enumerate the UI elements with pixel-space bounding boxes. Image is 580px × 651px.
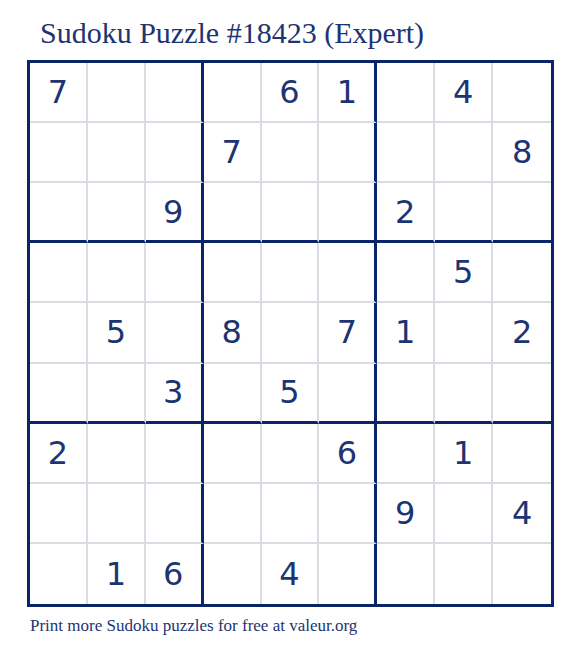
cell-r7c9[interactable]: [493, 424, 551, 484]
cell-r6c8[interactable]: [435, 364, 493, 424]
cell-r5c7[interactable]: 1: [377, 303, 435, 363]
sudoku-grid: 761478925587123526194164: [27, 60, 554, 607]
cell-r3c6[interactable]: [319, 183, 377, 243]
cell-r9c5[interactable]: 4: [262, 544, 320, 604]
cell-r4c5[interactable]: [262, 243, 320, 303]
cell-r1c8[interactable]: 4: [435, 63, 493, 123]
cell-r1c3[interactable]: [146, 63, 204, 123]
cell-r2c6[interactable]: [319, 123, 377, 183]
cell-r9c7[interactable]: [377, 544, 435, 604]
cell-r1c1[interactable]: 7: [30, 63, 88, 123]
cell-r8c1[interactable]: [30, 484, 88, 544]
cell-r1c2[interactable]: [88, 63, 146, 123]
given-digit: 7: [221, 136, 241, 168]
cell-r6c4[interactable]: [204, 364, 262, 424]
given-digit: 5: [279, 376, 299, 408]
cell-r8c9[interactable]: 4: [493, 484, 551, 544]
given-digit: 2: [512, 316, 532, 348]
cell-r1c7[interactable]: [377, 63, 435, 123]
cell-r4c8[interactable]: 5: [435, 243, 493, 303]
given-digit: 6: [279, 76, 299, 108]
cell-r2c5[interactable]: [262, 123, 320, 183]
cell-r6c7[interactable]: [377, 364, 435, 424]
cell-r7c3[interactable]: [146, 424, 204, 484]
given-digit: 7: [337, 316, 357, 348]
cell-r5c3[interactable]: [146, 303, 204, 363]
given-digit: 6: [337, 437, 357, 469]
cell-r9c9[interactable]: [493, 544, 551, 604]
cell-r4c7[interactable]: [377, 243, 435, 303]
given-digit: 7: [48, 76, 68, 108]
cell-r6c5[interactable]: 5: [262, 364, 320, 424]
given-digit: 8: [512, 136, 532, 168]
cell-r7c2[interactable]: [88, 424, 146, 484]
cell-r2c2[interactable]: [88, 123, 146, 183]
cell-r3c5[interactable]: [262, 183, 320, 243]
given-digit: 9: [395, 497, 415, 529]
cell-r4c2[interactable]: [88, 243, 146, 303]
cell-r2c1[interactable]: [30, 123, 88, 183]
cell-r6c3[interactable]: 3: [146, 364, 204, 424]
cell-r1c6[interactable]: 1: [319, 63, 377, 123]
cell-r4c3[interactable]: [146, 243, 204, 303]
given-digit: 1: [395, 316, 415, 348]
cell-r6c9[interactable]: [493, 364, 551, 424]
given-digit: 1: [453, 437, 473, 469]
cell-r9c3[interactable]: 6: [146, 544, 204, 604]
cell-r9c4[interactable]: [204, 544, 262, 604]
given-digit: 1: [337, 76, 357, 108]
cell-r3c4[interactable]: [204, 183, 262, 243]
cell-r5c2[interactable]: 5: [88, 303, 146, 363]
cell-r8c7[interactable]: 9: [377, 484, 435, 544]
cell-r7c8[interactable]: 1: [435, 424, 493, 484]
cell-r5c9[interactable]: 2: [493, 303, 551, 363]
cell-r6c1[interactable]: [30, 364, 88, 424]
cell-r2c9[interactable]: 8: [493, 123, 551, 183]
cell-r9c1[interactable]: [30, 544, 88, 604]
cell-r7c6[interactable]: 6: [319, 424, 377, 484]
given-digit: 9: [163, 196, 183, 228]
cell-r9c2[interactable]: 1: [88, 544, 146, 604]
cell-r3c7[interactable]: 2: [377, 183, 435, 243]
given-digit: 5: [453, 256, 473, 288]
cell-r9c8[interactable]: [435, 544, 493, 604]
cell-r8c4[interactable]: [204, 484, 262, 544]
cell-r6c2[interactable]: [88, 364, 146, 424]
cell-r3c2[interactable]: [88, 183, 146, 243]
cell-r1c5[interactable]: 6: [262, 63, 320, 123]
footer-text: Print more Sudoku puzzles for free at va…: [30, 616, 357, 636]
cell-r8c6[interactable]: [319, 484, 377, 544]
given-digit: 8: [221, 316, 241, 348]
cell-r5c8[interactable]: [435, 303, 493, 363]
cell-r9c6[interactable]: [319, 544, 377, 604]
given-digit: 4: [453, 76, 473, 108]
given-digit: 4: [512, 497, 532, 529]
cell-r7c1[interactable]: 2: [30, 424, 88, 484]
cell-r2c8[interactable]: [435, 123, 493, 183]
sudoku-page: Sudoku Puzzle #18423 (Expert) 7614789255…: [0, 0, 580, 651]
cell-r3c3[interactable]: 9: [146, 183, 204, 243]
cell-r2c7[interactable]: [377, 123, 435, 183]
cell-r8c5[interactable]: [262, 484, 320, 544]
given-digit: 6: [163, 558, 183, 590]
page-title: Sudoku Puzzle #18423 (Expert): [40, 16, 424, 50]
cell-r2c3[interactable]: [146, 123, 204, 183]
given-digit: 1: [106, 558, 126, 590]
cell-r5c1[interactable]: [30, 303, 88, 363]
cell-r1c4[interactable]: [204, 63, 262, 123]
given-digit: 5: [106, 316, 126, 348]
given-digit: 3: [163, 376, 183, 408]
given-digit: 2: [48, 437, 68, 469]
cell-r4c9[interactable]: [493, 243, 551, 303]
cell-r7c7[interactable]: [377, 424, 435, 484]
cell-r8c8[interactable]: [435, 484, 493, 544]
cell-r7c5[interactable]: [262, 424, 320, 484]
cell-r4c6[interactable]: [319, 243, 377, 303]
given-digit: 2: [395, 196, 415, 228]
cell-r3c1[interactable]: [30, 183, 88, 243]
cell-r4c1[interactable]: [30, 243, 88, 303]
cell-r4c4[interactable]: [204, 243, 262, 303]
cell-r5c5[interactable]: [262, 303, 320, 363]
cell-r5c6[interactable]: 7: [319, 303, 377, 363]
cell-r5c4[interactable]: 8: [204, 303, 262, 363]
cell-r7c4[interactable]: [204, 424, 262, 484]
given-digit: 4: [279, 558, 299, 590]
cell-r8c3[interactable]: [146, 484, 204, 544]
cell-r1c9[interactable]: [493, 63, 551, 123]
cell-r3c8[interactable]: [435, 183, 493, 243]
cell-r8c2[interactable]: [88, 484, 146, 544]
cell-r2c4[interactable]: 7: [204, 123, 262, 183]
cell-r3c9[interactable]: [493, 183, 551, 243]
cell-r6c6[interactable]: [319, 364, 377, 424]
